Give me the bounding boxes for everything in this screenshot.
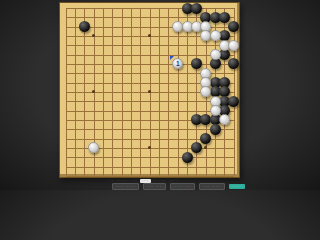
grid-line-h	[66, 157, 234, 158]
grid-line-h	[66, 129, 234, 130]
control-button[interactable]: ··· ···	[143, 183, 166, 190]
stone-black[interactable]	[200, 133, 211, 144]
stone-black[interactable]	[191, 58, 202, 69]
grid-line-v	[159, 8, 160, 176]
stone-white[interactable]	[88, 142, 99, 153]
grid-line-h	[66, 167, 234, 168]
stone-white[interactable]	[200, 86, 211, 97]
control-button[interactable]: ···· ···	[170, 183, 195, 190]
last-move-number: 1	[176, 61, 180, 68]
primary-action-button[interactable]: ·····	[229, 184, 246, 189]
stone-black[interactable]	[210, 58, 221, 69]
grid-line-h	[66, 101, 234, 102]
stone-white[interactable]: 1	[172, 58, 183, 69]
stone-black[interactable]	[228, 21, 239, 32]
go-board[interactable]: 1	[59, 2, 240, 178]
control-button-row: ···· ······· ······· ······ ·········	[112, 184, 245, 189]
control-button[interactable]: ··· ····	[199, 183, 224, 190]
grid-line-v	[168, 8, 169, 176]
stone-black[interactable]	[228, 96, 239, 107]
stone-white[interactable]	[228, 40, 239, 51]
stone-white[interactable]	[219, 114, 230, 125]
grid-line-v	[234, 8, 235, 176]
control-button[interactable]: ···· ····	[112, 183, 139, 190]
grid-line-v	[187, 8, 188, 176]
stone-white[interactable]	[210, 49, 221, 60]
status-bar: ·· ····· ··· ··· ·· ··· ···· ···· ······…	[0, 177, 304, 190]
stone-black[interactable]	[79, 21, 90, 32]
stone-black[interactable]	[210, 124, 221, 135]
stone-white[interactable]	[210, 105, 221, 116]
current-move-chip[interactable]: ···	[140, 179, 151, 183]
stone-black[interactable]	[191, 142, 202, 153]
grid-line-h	[66, 111, 234, 112]
stone-black[interactable]	[228, 58, 239, 69]
stone-black[interactable]	[191, 3, 202, 14]
stone-white[interactable]	[210, 30, 221, 41]
grid-line-v	[178, 8, 179, 176]
stone-black[interactable]	[219, 12, 230, 23]
stone-black[interactable]	[182, 152, 193, 163]
